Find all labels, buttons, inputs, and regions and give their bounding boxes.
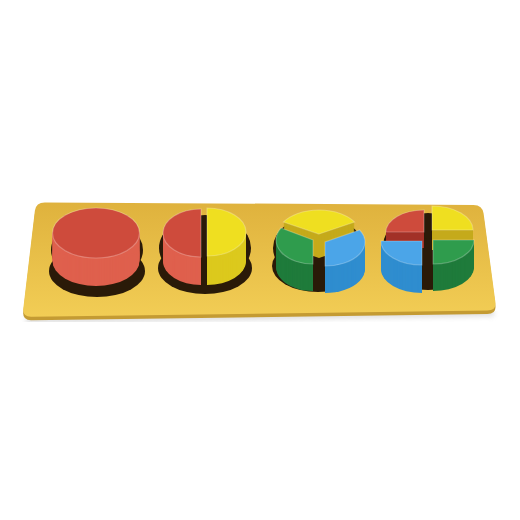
slot-quarters	[381, 206, 474, 293]
piece-whole-red[interactable]	[53, 208, 140, 286]
piece-top-face	[53, 208, 140, 258]
piece-halves-yellow[interactable]	[207, 208, 246, 285]
photo-stage	[0, 0, 520, 520]
fraction-puzzle-scene	[0, 0, 520, 520]
slot-whole	[49, 208, 145, 297]
slot-halves	[158, 208, 252, 294]
piece-halves-red[interactable]	[163, 209, 201, 285]
slot-thirds	[272, 210, 365, 293]
